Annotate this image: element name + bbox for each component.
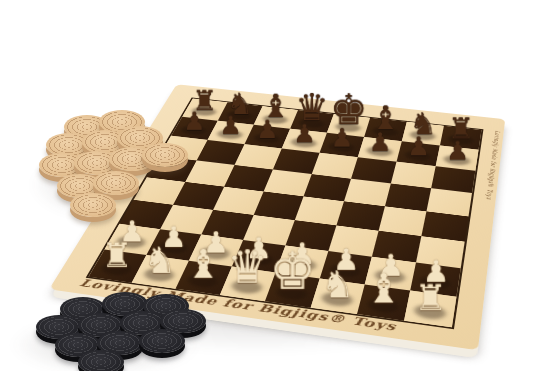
square-f5 xyxy=(344,179,391,207)
square-f6 xyxy=(351,157,396,183)
square-d6 xyxy=(273,148,320,173)
square-h5 xyxy=(426,188,472,216)
square-h6 xyxy=(431,166,475,193)
square-d5 xyxy=(264,169,312,196)
board-scene: ♜♞♝♛♚♝♞♜♟♟♟♟♟♟♟♟♟♟♟♟♟♟♟♟♜♞♝♛♚♞♝♜ Lovingl… xyxy=(0,0,533,371)
square-c6 xyxy=(235,144,282,169)
square-e5 xyxy=(304,174,352,201)
square-d4 xyxy=(254,191,304,220)
chess-board: ♜♞♝♛♚♝♞♜♟♟♟♟♟♟♟♟♟♟♟♟♟♟♟♟♜♞♝♛♚♞♝♜ Lovingl… xyxy=(49,84,505,350)
product-photo: ♜♞♝♛♚♝♞♜♟♟♟♟♟♟♟♟♟♟♟♟♟♟♟♟♜♞♝♛♚♞♝♜ Lovingl… xyxy=(0,0,533,371)
square-h1: ♜ xyxy=(404,291,456,328)
piece-black-pawn-h7: ♟ xyxy=(428,138,485,164)
piece-white-rook-h1: ♜ xyxy=(396,280,465,316)
